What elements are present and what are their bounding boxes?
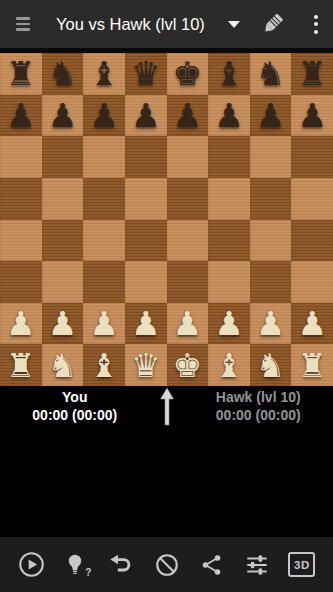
square-g8[interactable]: ♞ <box>250 53 292 95</box>
square-a8[interactable]: ♜ <box>0 53 42 95</box>
square-h2[interactable]: ♟ <box>291 303 333 345</box>
square-a5[interactable] <box>0 178 42 220</box>
white-pawn: ♟ <box>83 303 125 345</box>
square-a7[interactable]: ♟ <box>0 95 42 137</box>
chess-board[interactable]: ♜♞♝♛♚♝♞♜♟♟♟♟♟♟♟♟♟♟♟♟♟♟♟♟♜♞♝♛♚♝♞♜ <box>0 53 333 386</box>
white-bishop: ♝ <box>208 344 250 386</box>
white-pawn: ♟ <box>0 303 42 345</box>
black-queen: ♛ <box>125 53 167 95</box>
black-player-panel: Hawk (lvl 10) 00:00 (00:00) <box>184 388 333 424</box>
square-f1[interactable]: ♝ <box>208 344 250 386</box>
square-g4[interactable] <box>250 220 292 262</box>
black-bishop: ♝ <box>208 53 250 95</box>
black-pawn: ♟ <box>125 95 167 137</box>
white-king: ♚ <box>167 344 209 386</box>
square-e5[interactable] <box>167 178 209 220</box>
black-rook: ♜ <box>291 53 333 95</box>
square-f8[interactable]: ♝ <box>208 53 250 95</box>
chevron-down-icon[interactable] <box>228 21 240 28</box>
square-h4[interactable] <box>291 220 333 262</box>
3d-toggle-label: 3D <box>288 552 315 577</box>
player-info-bar: You 00:00 (00:00) Hawk (lvl 10) 00:00 (0… <box>0 386 333 431</box>
square-f3[interactable] <box>208 261 250 303</box>
square-d6[interactable] <box>125 136 167 178</box>
square-d4[interactable] <box>125 220 167 262</box>
black-pawn: ♟ <box>0 95 42 137</box>
white-pawn: ♟ <box>167 303 209 345</box>
square-d1[interactable]: ♛ <box>125 344 167 386</box>
square-d2[interactable]: ♟ <box>125 303 167 345</box>
square-g2[interactable]: ♟ <box>250 303 292 345</box>
square-b6[interactable] <box>42 136 84 178</box>
black-knight: ♞ <box>42 53 84 95</box>
square-e7[interactable]: ♟ <box>167 95 209 137</box>
white-pawn: ♟ <box>291 303 333 345</box>
black-player-clock: 00:00 (00:00) <box>184 406 333 424</box>
white-bishop: ♝ <box>83 344 125 386</box>
square-d3[interactable] <box>125 261 167 303</box>
square-g1[interactable]: ♞ <box>250 344 292 386</box>
play-button[interactable] <box>13 543 49 587</box>
black-pawn: ♟ <box>291 95 333 137</box>
square-g6[interactable] <box>250 136 292 178</box>
square-c4[interactable] <box>83 220 125 262</box>
square-e4[interactable] <box>167 220 209 262</box>
square-c7[interactable]: ♟ <box>83 95 125 137</box>
square-f4[interactable] <box>208 220 250 262</box>
white-pawn: ♟ <box>208 303 250 345</box>
square-h1[interactable]: ♜ <box>291 344 333 386</box>
hint-question-badge: ? <box>85 567 91 578</box>
white-player-name: You <box>0 388 150 406</box>
square-b5[interactable] <box>42 178 84 220</box>
overflow-menu-icon[interactable] <box>301 0 331 48</box>
black-king: ♚ <box>167 53 209 95</box>
3d-toggle-button[interactable]: 3D <box>284 543 320 587</box>
white-rook: ♜ <box>291 344 333 386</box>
square-h3[interactable] <box>291 261 333 303</box>
black-pawn: ♟ <box>167 95 209 137</box>
square-f2[interactable]: ♟ <box>208 303 250 345</box>
turn-indicator <box>150 388 184 426</box>
square-e2[interactable]: ♟ <box>167 303 209 345</box>
square-d5[interactable] <box>125 178 167 220</box>
square-b8[interactable]: ♞ <box>42 53 84 95</box>
empty-area <box>0 431 333 537</box>
game-title: You vs Hawk (lvl 10) <box>56 15 205 34</box>
black-pawn: ♟ <box>250 95 292 137</box>
white-player-panel: You 00:00 (00:00) <box>0 388 150 424</box>
square-g5[interactable] <box>250 178 292 220</box>
hamburger-menu-icon[interactable] <box>0 0 46 48</box>
square-c5[interactable] <box>83 178 125 220</box>
square-e1[interactable]: ♚ <box>167 344 209 386</box>
white-knight: ♞ <box>250 344 292 386</box>
app-window: You vs Hawk (lvl 10) ♜♞♝♛♚♝♞♜♟♟♟♟♟♟♟♟♟♟♟… <box>0 0 333 592</box>
action-bar: You vs Hawk (lvl 10) <box>0 0 333 48</box>
block-button[interactable] <box>149 543 185 587</box>
square-f6[interactable] <box>208 136 250 178</box>
square-b2[interactable]: ♟ <box>42 303 84 345</box>
white-rook: ♜ <box>0 344 42 386</box>
square-a1[interactable]: ♜ <box>0 344 42 386</box>
square-h8[interactable]: ♜ <box>291 53 333 95</box>
black-player-name: Hawk (lvl 10) <box>184 388 333 406</box>
square-c6[interactable] <box>83 136 125 178</box>
white-pawn: ♟ <box>42 303 84 345</box>
square-h6[interactable] <box>291 136 333 178</box>
square-f5[interactable] <box>208 178 250 220</box>
white-queen: ♛ <box>125 344 167 386</box>
square-a3[interactable] <box>0 261 42 303</box>
square-b7[interactable]: ♟ <box>42 95 84 137</box>
square-g7[interactable]: ♟ <box>250 95 292 137</box>
square-b4[interactable] <box>42 220 84 262</box>
square-a4[interactable] <box>0 220 42 262</box>
black-rook: ♜ <box>0 53 42 95</box>
square-g3[interactable] <box>250 261 292 303</box>
white-knight: ♞ <box>42 344 84 386</box>
square-c3[interactable] <box>83 261 125 303</box>
share-button[interactable] <box>194 543 230 587</box>
white-player-clock: 00:00 (00:00) <box>0 406 150 424</box>
square-e6[interactable] <box>167 136 209 178</box>
square-c8[interactable]: ♝ <box>83 53 125 95</box>
white-pawn: ♟ <box>125 303 167 345</box>
black-knight: ♞ <box>250 53 292 95</box>
black-pawn: ♟ <box>42 95 84 137</box>
square-b1[interactable]: ♞ <box>42 344 84 386</box>
square-h7[interactable]: ♟ <box>291 95 333 137</box>
square-d7[interactable]: ♟ <box>125 95 167 137</box>
settings-sliders-button[interactable] <box>239 543 275 587</box>
square-e3[interactable] <box>167 261 209 303</box>
square-f7[interactable]: ♟ <box>208 95 250 137</box>
square-c2[interactable]: ♟ <box>83 303 125 345</box>
edit-pencil-icon[interactable] <box>255 0 289 48</box>
bottom-toolbar: ? <box>0 537 333 592</box>
hint-button[interactable]: ? <box>58 543 94 587</box>
undo-button[interactable] <box>103 543 139 587</box>
square-h5[interactable] <box>291 178 333 220</box>
square-c1[interactable]: ♝ <box>83 344 125 386</box>
black-pawn: ♟ <box>208 95 250 137</box>
up-arrow-icon <box>159 388 175 426</box>
white-pawn: ♟ <box>250 303 292 345</box>
black-bishop: ♝ <box>83 53 125 95</box>
square-e8[interactable]: ♚ <box>167 53 209 95</box>
black-pawn: ♟ <box>83 95 125 137</box>
square-a6[interactable] <box>0 136 42 178</box>
square-d8[interactable]: ♛ <box>125 53 167 95</box>
square-b3[interactable] <box>42 261 84 303</box>
square-a2[interactable]: ♟ <box>0 303 42 345</box>
